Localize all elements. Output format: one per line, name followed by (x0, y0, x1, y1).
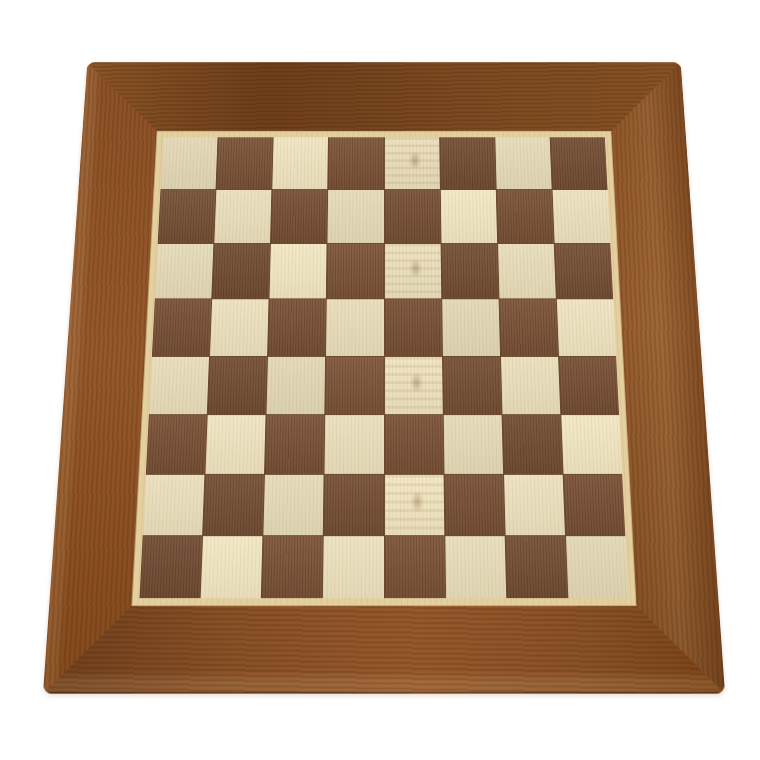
square-d7[interactable] (328, 190, 384, 243)
square-h8[interactable] (550, 137, 607, 189)
square-g2[interactable] (504, 475, 565, 535)
square-d1[interactable] (323, 536, 383, 598)
square-g8[interactable] (495, 137, 551, 189)
square-f8[interactable] (440, 137, 496, 189)
square-g3[interactable] (502, 415, 562, 474)
square-f5[interactable] (442, 300, 500, 356)
square-c1[interactable] (262, 536, 323, 598)
square-f2[interactable] (444, 475, 504, 535)
square-g7[interactable] (496, 190, 553, 243)
square-e2[interactable] (384, 475, 443, 535)
square-g1[interactable] (505, 536, 567, 598)
square-b2[interactable] (203, 475, 264, 535)
square-b6[interactable] (212, 244, 270, 299)
square-f4[interactable] (443, 356, 502, 413)
square-h2[interactable] (563, 475, 625, 535)
square-e7[interactable] (384, 190, 440, 243)
square-f1[interactable] (445, 536, 506, 598)
square-b1[interactable] (201, 536, 263, 598)
square-h5[interactable] (557, 300, 616, 356)
square-g6[interactable] (498, 244, 556, 299)
square-f3[interactable] (443, 415, 502, 474)
square-a4[interactable] (149, 356, 209, 413)
square-h1[interactable] (566, 536, 629, 598)
square-a8[interactable] (161, 137, 218, 189)
square-d6[interactable] (327, 244, 384, 299)
square-f6[interactable] (441, 244, 498, 299)
square-c6[interactable] (270, 244, 327, 299)
square-d3[interactable] (325, 415, 384, 474)
square-e4[interactable] (384, 356, 442, 413)
square-b3[interactable] (206, 415, 266, 474)
square-e6[interactable] (384, 244, 441, 299)
square-h3[interactable] (561, 415, 622, 474)
square-c4[interactable] (267, 356, 326, 413)
square-c5[interactable] (268, 300, 326, 356)
square-c8[interactable] (272, 137, 328, 189)
board-grid (139, 137, 628, 598)
square-h7[interactable] (552, 190, 610, 243)
square-g4[interactable] (501, 356, 560, 413)
square-d8[interactable] (328, 137, 383, 189)
square-a7[interactable] (158, 190, 216, 243)
square-a5[interactable] (152, 300, 211, 356)
square-d5[interactable] (326, 300, 383, 356)
square-c2[interactable] (264, 475, 324, 535)
square-a3[interactable] (146, 415, 207, 474)
square-e5[interactable] (384, 300, 441, 356)
square-f7[interactable] (440, 190, 496, 243)
square-c7[interactable] (271, 190, 327, 243)
square-h6[interactable] (555, 244, 614, 299)
square-e1[interactable] (384, 536, 444, 598)
square-e8[interactable] (384, 137, 439, 189)
square-b4[interactable] (208, 356, 267, 413)
square-e3[interactable] (384, 415, 443, 474)
square-b5[interactable] (210, 300, 269, 356)
maple-inlay-border (131, 131, 636, 606)
square-g5[interactable] (499, 300, 558, 356)
board-photo (0, 0, 760, 760)
square-a2[interactable] (143, 475, 205, 535)
square-b7[interactable] (214, 190, 271, 243)
chessboard (43, 62, 725, 693)
square-c3[interactable] (265, 415, 324, 474)
square-h4[interactable] (559, 356, 619, 413)
square-d2[interactable] (324, 475, 383, 535)
square-b8[interactable] (216, 137, 272, 189)
board-scene (43, 62, 725, 693)
square-a6[interactable] (155, 244, 214, 299)
square-d4[interactable] (326, 356, 384, 413)
square-a1[interactable] (139, 536, 202, 598)
